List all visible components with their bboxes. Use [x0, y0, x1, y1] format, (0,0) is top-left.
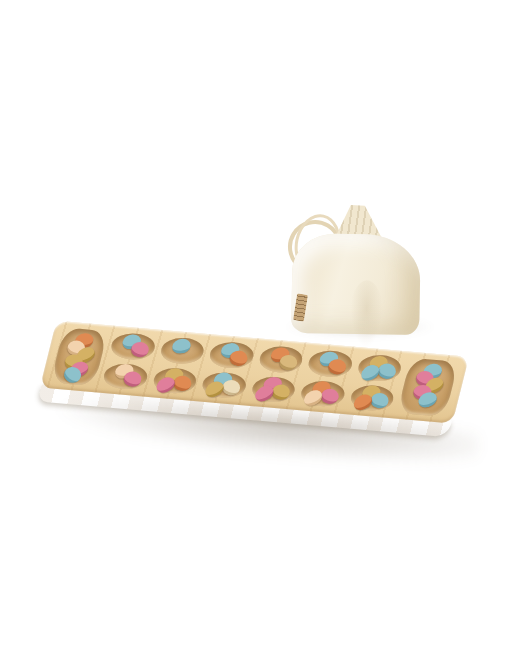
- pit-near-3[interactable]: [200, 370, 249, 399]
- pit-near-6[interactable]: [348, 383, 397, 412]
- pit-far-1[interactable]: [109, 332, 158, 361]
- store-left[interactable]: [50, 327, 108, 386]
- pit-near-4[interactable]: [249, 375, 298, 404]
- store-right[interactable]: [397, 358, 459, 417]
- counter-blue[interactable]: [171, 338, 191, 354]
- pit-far-4[interactable]: [257, 345, 306, 374]
- pit-far-3[interactable]: [207, 341, 256, 370]
- product-photo-scene: [0, 0, 516, 645]
- drawstring-bag: [286, 202, 432, 336]
- pit-far-5[interactable]: [306, 349, 355, 378]
- pit-near-5[interactable]: [298, 379, 347, 408]
- pit-near-1[interactable]: [101, 362, 150, 391]
- bag-fabric-crease: [349, 280, 384, 351]
- pit-far-6[interactable]: [355, 353, 404, 382]
- pit-far-2[interactable]: [158, 336, 207, 365]
- pit-near-2[interactable]: [150, 366, 199, 395]
- bag-body: [291, 233, 421, 335]
